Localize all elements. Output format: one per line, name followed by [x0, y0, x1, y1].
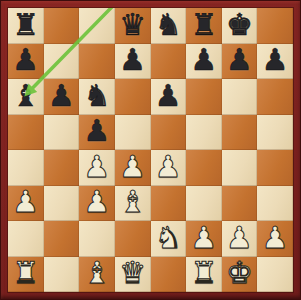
piece-black-knight-c6[interactable]: ♞	[84, 81, 111, 111]
square-h8[interactable]	[257, 8, 293, 44]
square-c8[interactable]	[79, 8, 115, 44]
square-f3[interactable]	[186, 186, 222, 222]
square-f5[interactable]	[186, 115, 222, 151]
square-a5[interactable]	[8, 115, 44, 151]
chessboard-window: ♜♛♞♜♚♟♟♟♟♟♝♟♞♟♟♟♟♟♟♟♝♞♟♟♟♜♝♛♜♚	[0, 0, 301, 300]
square-b6[interactable]: ♟	[44, 79, 80, 115]
square-d7[interactable]: ♟	[115, 44, 151, 80]
square-b8[interactable]	[44, 8, 80, 44]
piece-white-queen-d1[interactable]: ♛	[119, 258, 146, 288]
piece-white-pawn-g2[interactable]: ♟	[226, 223, 253, 253]
square-h4[interactable]	[257, 150, 293, 186]
square-a8[interactable]: ♜	[8, 8, 44, 44]
square-d1[interactable]: ♛	[115, 257, 151, 293]
square-g7[interactable]: ♟	[222, 44, 258, 80]
square-c4[interactable]: ♟	[79, 150, 115, 186]
square-c7[interactable]	[79, 44, 115, 80]
piece-white-pawn-c4[interactable]: ♟	[84, 152, 111, 182]
square-g8[interactable]: ♚	[222, 8, 258, 44]
square-a7[interactable]: ♟	[8, 44, 44, 80]
square-e6[interactable]: ♟	[151, 79, 187, 115]
square-c1[interactable]: ♝	[79, 257, 115, 293]
piece-white-rook-a1[interactable]: ♜	[12, 258, 39, 288]
square-c2[interactable]	[79, 221, 115, 257]
piece-black-bishop-a6[interactable]: ♝	[12, 81, 39, 111]
square-f6[interactable]	[186, 79, 222, 115]
square-h3[interactable]	[257, 186, 293, 222]
square-g1[interactable]: ♚	[222, 257, 258, 293]
piece-white-pawn-c3[interactable]: ♟	[84, 187, 111, 217]
piece-white-pawn-f2[interactable]: ♟	[190, 223, 217, 253]
square-g5[interactable]	[222, 115, 258, 151]
square-a4[interactable]	[8, 150, 44, 186]
square-b5[interactable]	[44, 115, 80, 151]
square-e2[interactable]: ♞	[151, 221, 187, 257]
piece-black-queen-d8[interactable]: ♛	[119, 10, 146, 40]
square-d8[interactable]: ♛	[115, 8, 151, 44]
square-f8[interactable]: ♜	[186, 8, 222, 44]
square-e8[interactable]: ♞	[151, 8, 187, 44]
piece-black-rook-f8[interactable]: ♜	[190, 10, 217, 40]
square-d5[interactable]	[115, 115, 151, 151]
square-a1[interactable]: ♜	[8, 257, 44, 293]
square-g2[interactable]: ♟	[222, 221, 258, 257]
square-h7[interactable]: ♟	[257, 44, 293, 80]
square-g4[interactable]	[222, 150, 258, 186]
piece-white-pawn-h2[interactable]: ♟	[262, 223, 289, 253]
square-h1[interactable]	[257, 257, 293, 293]
piece-black-pawn-d7[interactable]: ♟	[119, 45, 146, 75]
piece-white-king-g1[interactable]: ♚	[226, 258, 253, 288]
square-h6[interactable]	[257, 79, 293, 115]
square-c5[interactable]: ♟	[79, 115, 115, 151]
piece-black-pawn-e6[interactable]: ♟	[155, 81, 182, 111]
square-e4[interactable]: ♟	[151, 150, 187, 186]
square-h5[interactable]	[257, 115, 293, 151]
piece-white-pawn-e4[interactable]: ♟	[155, 152, 182, 182]
piece-white-knight-e2[interactable]: ♞	[155, 223, 182, 253]
piece-black-pawn-a7[interactable]: ♟	[12, 45, 39, 75]
square-c3[interactable]: ♟	[79, 186, 115, 222]
square-b1[interactable]	[44, 257, 80, 293]
piece-black-knight-e8[interactable]: ♞	[155, 10, 182, 40]
piece-white-bishop-d3[interactable]: ♝	[119, 187, 146, 217]
square-f7[interactable]: ♟	[186, 44, 222, 80]
square-b3[interactable]	[44, 186, 80, 222]
square-f2[interactable]: ♟	[186, 221, 222, 257]
square-d4[interactable]: ♟	[115, 150, 151, 186]
square-e3[interactable]	[151, 186, 187, 222]
piece-black-pawn-g7[interactable]: ♟	[226, 45, 253, 75]
square-e1[interactable]	[151, 257, 187, 293]
piece-black-rook-a8[interactable]: ♜	[12, 10, 39, 40]
square-a3[interactable]: ♟	[8, 186, 44, 222]
square-a6[interactable]: ♝	[8, 79, 44, 115]
square-c6[interactable]: ♞	[79, 79, 115, 115]
board: ♜♛♞♜♚♟♟♟♟♟♝♟♞♟♟♟♟♟♟♟♝♞♟♟♟♜♝♛♜♚	[8, 8, 293, 292]
square-a2[interactable]	[8, 221, 44, 257]
piece-white-bishop-c1[interactable]: ♝	[84, 258, 111, 288]
square-d6[interactable]	[115, 79, 151, 115]
square-d2[interactable]	[115, 221, 151, 257]
piece-white-pawn-d4[interactable]: ♟	[119, 152, 146, 182]
piece-black-pawn-c5[interactable]: ♟	[84, 116, 111, 146]
square-b7[interactable]	[44, 44, 80, 80]
square-h2[interactable]: ♟	[257, 221, 293, 257]
square-g6[interactable]	[222, 79, 258, 115]
square-f4[interactable]	[186, 150, 222, 186]
square-f1[interactable]: ♜	[186, 257, 222, 293]
square-d3[interactable]: ♝	[115, 186, 151, 222]
piece-black-pawn-f7[interactable]: ♟	[190, 45, 217, 75]
square-e5[interactable]	[151, 115, 187, 151]
piece-black-pawn-h7[interactable]: ♟	[262, 45, 289, 75]
square-b4[interactable]	[44, 150, 80, 186]
square-b2[interactable]	[44, 221, 80, 257]
piece-white-rook-f1[interactable]: ♜	[190, 258, 217, 288]
piece-black-pawn-b6[interactable]: ♟	[48, 81, 75, 111]
piece-black-king-g8[interactable]: ♚	[226, 10, 253, 40]
piece-white-pawn-a3[interactable]: ♟	[12, 187, 39, 217]
square-g3[interactable]	[222, 186, 258, 222]
square-e7[interactable]	[151, 44, 187, 80]
